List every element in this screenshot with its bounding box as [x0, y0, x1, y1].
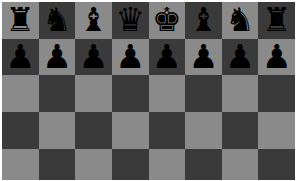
square-h4[interactable]	[258, 149, 295, 181]
square-h5[interactable]	[258, 112, 295, 149]
black-pawn-piece[interactable]: ♟	[262, 39, 292, 76]
square-e5[interactable]	[149, 112, 186, 149]
black-pawn-piece[interactable]: ♟	[225, 39, 255, 76]
square-g8[interactable]: ♞	[222, 2, 259, 39]
square-c6[interactable]	[75, 75, 112, 112]
square-e7[interactable]: ♟	[149, 39, 186, 76]
square-b7[interactable]: ♟	[39, 39, 76, 76]
square-f4[interactable]	[185, 149, 222, 181]
square-d4[interactable]	[112, 149, 149, 181]
chess-board: ♜♞♝♛♚♝♞♜♟♟♟♟♟♟♟♟	[2, 2, 295, 180]
square-e6[interactable]	[149, 75, 186, 112]
square-c8[interactable]: ♝	[75, 2, 112, 39]
black-rook-piece[interactable]: ♜	[262, 2, 292, 39]
square-b5[interactable]	[39, 112, 76, 149]
black-king-piece[interactable]: ♚	[152, 2, 182, 39]
square-f8[interactable]: ♝	[185, 2, 222, 39]
chess-app-window: ♜♞♝♛♚♝♞♜♟♟♟♟♟♟♟♟	[0, 0, 300, 180]
black-pawn-piece[interactable]: ♟	[189, 39, 219, 76]
black-knight-piece[interactable]: ♞	[42, 2, 72, 39]
square-d5[interactable]	[112, 112, 149, 149]
black-pawn-piece[interactable]: ♟	[115, 39, 145, 76]
square-b4[interactable]	[39, 149, 76, 181]
square-h6[interactable]	[258, 75, 295, 112]
square-a8[interactable]: ♜	[2, 2, 39, 39]
black-bishop-piece[interactable]: ♝	[79, 2, 109, 39]
square-h7[interactable]: ♟	[258, 39, 295, 76]
square-g6[interactable]	[222, 75, 259, 112]
square-g7[interactable]: ♟	[222, 39, 259, 76]
black-bishop-piece[interactable]: ♝	[189, 2, 219, 39]
square-d8[interactable]: ♛	[112, 2, 149, 39]
black-queen-piece[interactable]: ♛	[115, 2, 145, 39]
square-g4[interactable]	[222, 149, 259, 181]
square-d6[interactable]	[112, 75, 149, 112]
square-b8[interactable]: ♞	[39, 2, 76, 39]
square-c4[interactable]	[75, 149, 112, 181]
square-c5[interactable]	[75, 112, 112, 149]
black-pawn-piece[interactable]: ♟	[6, 39, 36, 76]
square-a7[interactable]: ♟	[2, 39, 39, 76]
square-g5[interactable]	[222, 112, 259, 149]
black-rook-piece[interactable]: ♜	[6, 2, 36, 39]
square-c7[interactable]: ♟	[75, 39, 112, 76]
square-b6[interactable]	[39, 75, 76, 112]
black-pawn-piece[interactable]: ♟	[79, 39, 109, 76]
square-e4[interactable]	[149, 149, 186, 181]
square-d7[interactable]: ♟	[112, 39, 149, 76]
square-f5[interactable]	[185, 112, 222, 149]
square-a5[interactable]	[2, 112, 39, 149]
square-f7[interactable]: ♟	[185, 39, 222, 76]
square-a4[interactable]	[2, 149, 39, 181]
square-h8[interactable]: ♜	[258, 2, 295, 39]
square-e8[interactable]: ♚	[149, 2, 186, 39]
square-f6[interactable]	[185, 75, 222, 112]
black-pawn-piece[interactable]: ♟	[152, 39, 182, 76]
square-a6[interactable]	[2, 75, 39, 112]
black-pawn-piece[interactable]: ♟	[42, 39, 72, 76]
black-knight-piece[interactable]: ♞	[225, 2, 255, 39]
